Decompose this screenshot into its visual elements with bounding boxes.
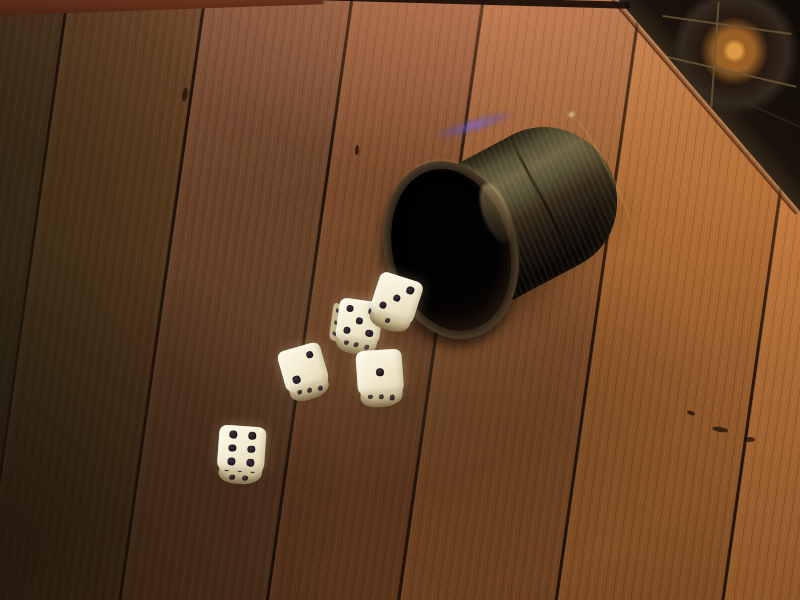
die-pip <box>392 293 401 302</box>
die-1 <box>216 424 267 480</box>
die-pip <box>364 345 370 351</box>
die-5 <box>355 348 404 403</box>
die-top-face <box>355 348 404 395</box>
die-top-face <box>217 424 267 472</box>
die-pip <box>229 474 235 480</box>
die-pip <box>248 432 256 440</box>
die-pip <box>317 385 323 391</box>
die-pip <box>242 475 248 481</box>
die-pip <box>307 387 313 393</box>
die-pip <box>346 305 354 313</box>
die-pip <box>247 445 255 453</box>
die-pip <box>365 330 373 338</box>
die-pip <box>376 368 384 376</box>
die-pip <box>406 286 415 295</box>
die-pip <box>228 444 236 452</box>
photo-dice-table <box>0 0 800 600</box>
cup-base-rim <box>562 111 638 231</box>
die-pip <box>292 375 301 384</box>
die-pip <box>378 301 387 310</box>
die-pip <box>384 318 391 324</box>
die-pip <box>379 394 384 400</box>
die-pip <box>246 459 254 467</box>
die-pip <box>229 430 237 438</box>
cup-leather-seam <box>509 138 577 263</box>
dice-cup <box>385 88 647 346</box>
die-pip <box>390 395 395 401</box>
die-pip <box>355 317 363 325</box>
die-pip <box>343 326 351 334</box>
die-pip <box>227 457 235 465</box>
die-pip <box>305 350 314 359</box>
die-pip <box>353 342 359 348</box>
